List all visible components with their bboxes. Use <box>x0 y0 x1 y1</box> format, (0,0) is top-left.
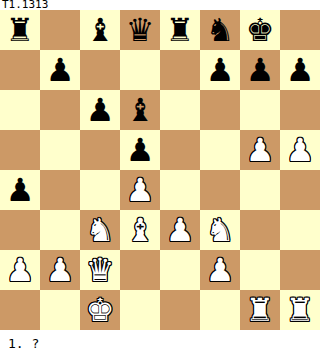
square-e2[interactable] <box>160 250 200 290</box>
square-h3[interactable] <box>280 210 320 250</box>
piece-white-pawn: ♟ <box>286 130 315 170</box>
square-g2[interactable] <box>240 250 280 290</box>
piece-black-pawn: ♟ <box>126 130 155 170</box>
square-e4[interactable] <box>160 170 200 210</box>
square-e5[interactable] <box>160 130 200 170</box>
square-d1[interactable] <box>120 290 160 330</box>
piece-black-pawn: ♟ <box>86 90 115 130</box>
square-e7[interactable] <box>160 50 200 90</box>
square-b1[interactable] <box>40 290 80 330</box>
piece-black-rook: ♜ <box>166 10 195 50</box>
piece-black-king: ♚ <box>246 10 275 50</box>
square-d8[interactable]: ♛ <box>120 10 160 50</box>
piece-white-pawn: ♟ <box>6 250 35 290</box>
square-g8[interactable]: ♚ <box>240 10 280 50</box>
square-g1[interactable]: ♜ <box>240 290 280 330</box>
piece-white-knight: ♞ <box>86 210 115 250</box>
square-d3[interactable]: ♝ <box>120 210 160 250</box>
square-d5[interactable]: ♟ <box>120 130 160 170</box>
square-a6[interactable] <box>0 90 40 130</box>
square-f8[interactable]: ♞ <box>200 10 240 50</box>
piece-white-bishop: ♝ <box>126 210 155 250</box>
square-a1[interactable] <box>0 290 40 330</box>
square-a2[interactable]: ♟ <box>0 250 40 290</box>
piece-white-pawn: ♟ <box>206 250 235 290</box>
square-h1[interactable]: ♜ <box>280 290 320 330</box>
square-h7[interactable]: ♟ <box>280 50 320 90</box>
piece-white-queen: ♛ <box>86 250 115 290</box>
piece-white-rook: ♜ <box>246 290 275 330</box>
square-b8[interactable] <box>40 10 80 50</box>
puzzle-title: T1.1313 <box>0 0 320 10</box>
square-a4[interactable]: ♟ <box>0 170 40 210</box>
square-c2[interactable]: ♛ <box>80 250 120 290</box>
piece-black-bishop: ♝ <box>86 10 115 50</box>
square-h8[interactable] <box>280 10 320 50</box>
square-f1[interactable] <box>200 290 240 330</box>
piece-black-pawn: ♟ <box>206 50 235 90</box>
square-d2[interactable] <box>120 250 160 290</box>
piece-black-pawn: ♟ <box>6 170 35 210</box>
square-c1[interactable]: ♚ <box>80 290 120 330</box>
square-h4[interactable] <box>280 170 320 210</box>
square-g3[interactable] <box>240 210 280 250</box>
square-c5[interactable] <box>80 130 120 170</box>
piece-white-king: ♚ <box>86 290 115 330</box>
square-d6[interactable]: ♝ <box>120 90 160 130</box>
square-e8[interactable]: ♜ <box>160 10 200 50</box>
piece-white-knight: ♞ <box>206 210 235 250</box>
square-c3[interactable]: ♞ <box>80 210 120 250</box>
square-g5[interactable]: ♟ <box>240 130 280 170</box>
piece-white-pawn: ♟ <box>46 250 75 290</box>
square-f6[interactable] <box>200 90 240 130</box>
square-f3[interactable]: ♞ <box>200 210 240 250</box>
square-b5[interactable] <box>40 130 80 170</box>
chess-board: ♜♝♛♜♞♚♟♟♟♟♟♝♟♟♟♟♟♞♝♟♞♟♟♛♟♚♜♜ <box>0 10 320 330</box>
piece-white-rook: ♜ <box>286 290 315 330</box>
move-prompt: 1. ? <box>0 330 320 360</box>
square-b7[interactable]: ♟ <box>40 50 80 90</box>
square-d4[interactable]: ♟ <box>120 170 160 210</box>
piece-black-pawn: ♟ <box>286 50 315 90</box>
square-c7[interactable] <box>80 50 120 90</box>
square-f5[interactable] <box>200 130 240 170</box>
square-a7[interactable] <box>0 50 40 90</box>
square-e6[interactable] <box>160 90 200 130</box>
square-c4[interactable] <box>80 170 120 210</box>
piece-black-knight: ♞ <box>206 10 235 50</box>
square-g6[interactable] <box>240 90 280 130</box>
square-c8[interactable]: ♝ <box>80 10 120 50</box>
square-a8[interactable]: ♜ <box>0 10 40 50</box>
piece-black-pawn: ♟ <box>46 50 75 90</box>
piece-white-pawn: ♟ <box>126 170 155 210</box>
square-f7[interactable]: ♟ <box>200 50 240 90</box>
square-b3[interactable] <box>40 210 80 250</box>
square-h5[interactable]: ♟ <box>280 130 320 170</box>
square-b6[interactable] <box>40 90 80 130</box>
square-b2[interactable]: ♟ <box>40 250 80 290</box>
piece-white-pawn: ♟ <box>246 130 275 170</box>
square-e1[interactable] <box>160 290 200 330</box>
square-g7[interactable]: ♟ <box>240 50 280 90</box>
square-e3[interactable]: ♟ <box>160 210 200 250</box>
square-h6[interactable] <box>280 90 320 130</box>
square-a3[interactable] <box>0 210 40 250</box>
square-d7[interactable] <box>120 50 160 90</box>
chess-puzzle-window: T1.1313 ♜♝♛♜♞♚♟♟♟♟♟♝♟♟♟♟♟♞♝♟♞♟♟♛♟♚♜♜ 1. … <box>0 0 320 360</box>
piece-black-queen: ♛ <box>126 10 155 50</box>
square-b4[interactable] <box>40 170 80 210</box>
piece-black-bishop: ♝ <box>126 90 155 130</box>
square-f2[interactable]: ♟ <box>200 250 240 290</box>
square-g4[interactable] <box>240 170 280 210</box>
square-a5[interactable] <box>0 130 40 170</box>
square-c6[interactable]: ♟ <box>80 90 120 130</box>
piece-black-pawn: ♟ <box>246 50 275 90</box>
square-f4[interactable] <box>200 170 240 210</box>
square-h2[interactable] <box>280 250 320 290</box>
piece-black-rook: ♜ <box>6 10 35 50</box>
piece-white-pawn: ♟ <box>166 210 195 250</box>
